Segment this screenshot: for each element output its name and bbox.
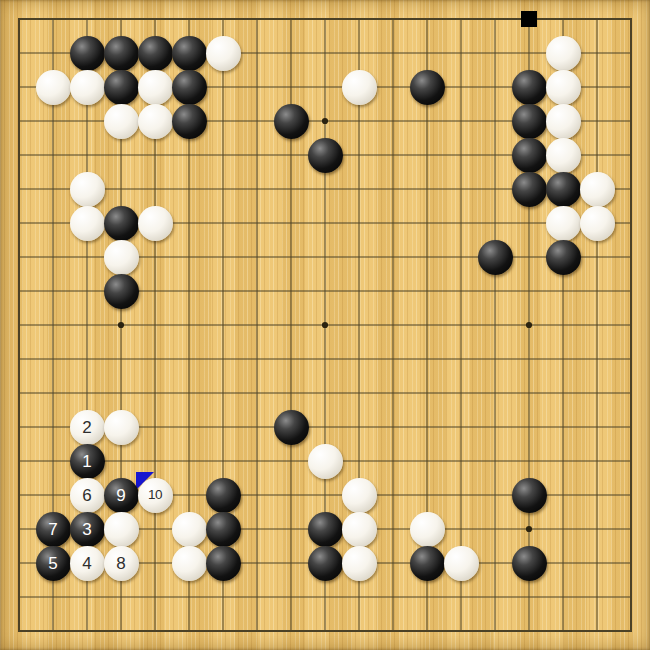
board-cell[interactable]: 7	[36, 512, 70, 546]
board-cell[interactable]	[614, 478, 648, 512]
board-cell[interactable]	[342, 138, 376, 172]
board-cell[interactable]	[274, 274, 308, 308]
board-cell[interactable]	[580, 36, 614, 70]
board-cell[interactable]	[104, 206, 138, 240]
board-cell[interactable]	[546, 478, 580, 512]
board-cell[interactable]	[36, 342, 70, 376]
board-cell[interactable]	[580, 240, 614, 274]
board-cell[interactable]	[342, 172, 376, 206]
board-cell[interactable]	[240, 274, 274, 308]
board-cell[interactable]	[546, 376, 580, 410]
board-cell[interactable]	[410, 2, 444, 36]
board-cell[interactable]	[410, 104, 444, 138]
board-cell[interactable]	[36, 410, 70, 444]
board-cell[interactable]	[206, 138, 240, 172]
board-cell[interactable]	[342, 308, 376, 342]
board-cell[interactable]	[580, 478, 614, 512]
board-cell[interactable]	[36, 172, 70, 206]
board-cell[interactable]	[206, 274, 240, 308]
board-cell[interactable]	[36, 580, 70, 614]
board-cell[interactable]	[410, 206, 444, 240]
board-cell[interactable]	[512, 580, 546, 614]
board-cell[interactable]	[138, 138, 172, 172]
board-cell[interactable]	[240, 614, 274, 648]
board-cell[interactable]	[240, 444, 274, 478]
board-cell[interactable]	[172, 580, 206, 614]
board-cell[interactable]	[376, 70, 410, 104]
board-cell[interactable]	[546, 172, 580, 206]
board-cell[interactable]	[104, 444, 138, 478]
board-cell[interactable]	[478, 104, 512, 138]
board-cell[interactable]	[342, 70, 376, 104]
board-cell[interactable]	[614, 172, 648, 206]
board-cell[interactable]	[104, 512, 138, 546]
board-cell[interactable]: 1	[70, 444, 104, 478]
board-cell[interactable]	[478, 376, 512, 410]
board-cell[interactable]	[580, 614, 614, 648]
board-cell[interactable]	[546, 580, 580, 614]
board-cell[interactable]	[478, 580, 512, 614]
board-cell[interactable]	[512, 512, 546, 546]
board-cell[interactable]	[274, 478, 308, 512]
board-cell[interactable]: 4	[70, 546, 104, 580]
board-cell[interactable]	[546, 70, 580, 104]
board-cell[interactable]	[478, 2, 512, 36]
board-cell[interactable]	[274, 104, 308, 138]
board-cell[interactable]	[444, 376, 478, 410]
board-cell[interactable]	[342, 376, 376, 410]
board-cell[interactable]	[70, 308, 104, 342]
board-cell[interactable]	[580, 70, 614, 104]
board-cell[interactable]	[444, 478, 478, 512]
board-cell[interactable]	[614, 342, 648, 376]
board-cell[interactable]	[580, 308, 614, 342]
board-cell[interactable]	[104, 70, 138, 104]
board-cell[interactable]	[546, 240, 580, 274]
board-cell[interactable]	[512, 546, 546, 580]
board-cell[interactable]	[614, 36, 648, 70]
board-cell[interactable]	[240, 172, 274, 206]
board-cell[interactable]	[580, 410, 614, 444]
board-cell[interactable]	[546, 614, 580, 648]
board-cell[interactable]	[70, 240, 104, 274]
board-cell[interactable]	[274, 2, 308, 36]
board-cell[interactable]	[308, 444, 342, 478]
board-cell[interactable]	[308, 376, 342, 410]
board-cell[interactable]	[172, 478, 206, 512]
board-cell[interactable]	[410, 376, 444, 410]
board-cell[interactable]	[376, 172, 410, 206]
board-cell[interactable]	[206, 36, 240, 70]
board-cell[interactable]	[274, 580, 308, 614]
board-cell[interactable]	[444, 104, 478, 138]
board-cell[interactable]	[138, 172, 172, 206]
board-cell[interactable]	[36, 70, 70, 104]
board-cell[interactable]	[444, 2, 478, 36]
board-cell[interactable]	[70, 172, 104, 206]
board-cell[interactable]	[342, 342, 376, 376]
board-cell[interactable]	[2, 444, 36, 478]
board-cell[interactable]	[206, 580, 240, 614]
board-cell[interactable]	[478, 546, 512, 580]
board-cell[interactable]	[240, 70, 274, 104]
board-cell[interactable]	[104, 376, 138, 410]
board-cell[interactable]	[376, 580, 410, 614]
board-cell[interactable]	[104, 2, 138, 36]
board-cell[interactable]	[580, 138, 614, 172]
board-cell[interactable]	[172, 172, 206, 206]
board-cell[interactable]	[410, 274, 444, 308]
board-cell[interactable]	[308, 172, 342, 206]
board-cell[interactable]	[580, 444, 614, 478]
board-cell[interactable]	[342, 410, 376, 444]
board-cell[interactable]	[410, 478, 444, 512]
board-cell[interactable]	[2, 342, 36, 376]
board-cell[interactable]	[240, 342, 274, 376]
board-cell[interactable]	[172, 376, 206, 410]
board-cell[interactable]	[274, 308, 308, 342]
board-cell[interactable]	[546, 104, 580, 138]
board-cell[interactable]	[580, 342, 614, 376]
board-cell[interactable]	[240, 2, 274, 36]
board-cell[interactable]	[478, 70, 512, 104]
board-cell[interactable]	[206, 376, 240, 410]
board-cell[interactable]	[614, 512, 648, 546]
board-cell[interactable]	[70, 614, 104, 648]
board-cell[interactable]: 3	[70, 512, 104, 546]
board-cell[interactable]	[274, 36, 308, 70]
board-cell[interactable]	[2, 2, 36, 36]
board-cell[interactable]	[376, 308, 410, 342]
board-cell[interactable]	[206, 614, 240, 648]
board-cell[interactable]	[172, 36, 206, 70]
board-cell[interactable]	[546, 546, 580, 580]
board-cell[interactable]	[478, 512, 512, 546]
board-cell[interactable]	[206, 478, 240, 512]
board-cell[interactable]	[36, 376, 70, 410]
board-cell[interactable]	[36, 240, 70, 274]
board-cell[interactable]	[376, 444, 410, 478]
board-cell[interactable]	[512, 138, 546, 172]
board-cell[interactable]	[478, 206, 512, 240]
board-cell[interactable]	[614, 274, 648, 308]
board-cell[interactable]	[138, 614, 172, 648]
board-cell[interactable]	[172, 546, 206, 580]
board-cell[interactable]	[410, 614, 444, 648]
board-cell[interactable]	[240, 478, 274, 512]
board-cell[interactable]	[614, 70, 648, 104]
board-cell[interactable]	[104, 274, 138, 308]
board-cell[interactable]	[342, 274, 376, 308]
board-cell[interactable]	[2, 206, 36, 240]
board-cell[interactable]: 6	[70, 478, 104, 512]
board-cell[interactable]	[444, 512, 478, 546]
board-cell[interactable]	[342, 512, 376, 546]
board-cell[interactable]	[342, 104, 376, 138]
board-cell[interactable]	[104, 104, 138, 138]
board-cell[interactable]	[512, 308, 546, 342]
board-cell[interactable]	[206, 410, 240, 444]
board-cell[interactable]	[36, 104, 70, 138]
board-cell[interactable]	[410, 410, 444, 444]
board-cell[interactable]	[308, 512, 342, 546]
board-cell[interactable]	[512, 478, 546, 512]
board-cell[interactable]	[342, 580, 376, 614]
board-cell[interactable]	[2, 70, 36, 104]
board-cell[interactable]	[546, 512, 580, 546]
board-cell[interactable]	[70, 138, 104, 172]
board-cell[interactable]	[36, 614, 70, 648]
board-cell[interactable]	[512, 614, 546, 648]
board-cell[interactable]	[444, 172, 478, 206]
board-cell[interactable]	[240, 206, 274, 240]
board-cell[interactable]	[308, 36, 342, 70]
board-cell[interactable]	[240, 240, 274, 274]
board-cell[interactable]	[2, 614, 36, 648]
board-cell[interactable]	[546, 410, 580, 444]
board-cell[interactable]	[376, 2, 410, 36]
board-cell[interactable]	[308, 580, 342, 614]
board-cell[interactable]	[36, 274, 70, 308]
board-cell[interactable]	[206, 240, 240, 274]
board-cell[interactable]	[410, 70, 444, 104]
board-cell[interactable]	[240, 104, 274, 138]
board-cell[interactable]	[308, 138, 342, 172]
board-cell[interactable]	[172, 70, 206, 104]
board-cell[interactable]	[308, 478, 342, 512]
board-cell[interactable]	[172, 342, 206, 376]
board-cell[interactable]	[36, 444, 70, 478]
board-cell[interactable]	[512, 104, 546, 138]
board-cell[interactable]: 5	[36, 546, 70, 580]
board-cell[interactable]	[138, 36, 172, 70]
board-cell[interactable]	[70, 36, 104, 70]
board-cell[interactable]	[104, 138, 138, 172]
board-cell[interactable]	[206, 512, 240, 546]
board-cell[interactable]	[376, 342, 410, 376]
board-cell[interactable]	[138, 206, 172, 240]
board-cell[interactable]	[308, 274, 342, 308]
board-cell[interactable]	[580, 274, 614, 308]
board-cell[interactable]	[172, 274, 206, 308]
board-cell[interactable]	[614, 410, 648, 444]
board-cell[interactable]	[70, 342, 104, 376]
board-cell[interactable]	[172, 308, 206, 342]
board-cell[interactable]	[342, 240, 376, 274]
board-cell[interactable]	[376, 614, 410, 648]
board-cell[interactable]	[70, 104, 104, 138]
board-cell[interactable]	[36, 478, 70, 512]
board-cell[interactable]	[2, 138, 36, 172]
board-cell[interactable]	[70, 274, 104, 308]
board-cell[interactable]	[274, 70, 308, 104]
board-cell[interactable]	[274, 138, 308, 172]
board-cell[interactable]	[546, 2, 580, 36]
board-cell[interactable]	[138, 580, 172, 614]
board-cell[interactable]	[138, 512, 172, 546]
board-cell[interactable]	[274, 614, 308, 648]
board-cell[interactable]	[478, 410, 512, 444]
board-cell[interactable]	[240, 410, 274, 444]
board-cell[interactable]	[138, 376, 172, 410]
board-cell[interactable]	[342, 206, 376, 240]
board-cell[interactable]	[206, 444, 240, 478]
board-cell[interactable]	[614, 138, 648, 172]
board-cell[interactable]: 9	[104, 478, 138, 512]
board-cell[interactable]	[376, 376, 410, 410]
board-cell[interactable]	[138, 444, 172, 478]
board-cell[interactable]	[342, 546, 376, 580]
board-cell[interactable]	[172, 444, 206, 478]
board-cell[interactable]	[2, 478, 36, 512]
board-cell[interactable]	[104, 614, 138, 648]
board-cell[interactable]: 2	[70, 410, 104, 444]
board-cell[interactable]	[274, 512, 308, 546]
board-cell[interactable]	[376, 104, 410, 138]
board-cell[interactable]	[342, 36, 376, 70]
board-cell[interactable]	[444, 240, 478, 274]
board-cell[interactable]	[580, 172, 614, 206]
board-cell[interactable]	[444, 308, 478, 342]
board-cell[interactable]	[2, 172, 36, 206]
board-cell[interactable]	[308, 410, 342, 444]
board-cell[interactable]	[478, 614, 512, 648]
board-cell[interactable]	[512, 240, 546, 274]
board-cell[interactable]	[444, 70, 478, 104]
board-cell[interactable]	[478, 308, 512, 342]
board-cell[interactable]	[172, 512, 206, 546]
board-cell[interactable]	[274, 342, 308, 376]
board-cell[interactable]	[172, 240, 206, 274]
board-cell[interactable]	[2, 546, 36, 580]
board-cell[interactable]	[342, 478, 376, 512]
board-cell[interactable]	[546, 274, 580, 308]
board-cell[interactable]	[614, 546, 648, 580]
board-cell[interactable]	[274, 376, 308, 410]
board-cell[interactable]	[240, 512, 274, 546]
board-cell[interactable]	[444, 444, 478, 478]
board-cell[interactable]	[478, 172, 512, 206]
board-cell[interactable]	[512, 70, 546, 104]
board-cell[interactable]	[512, 342, 546, 376]
board-cell[interactable]	[478, 138, 512, 172]
board-cell[interactable]	[138, 70, 172, 104]
board-cell[interactable]	[172, 614, 206, 648]
board-cell[interactable]	[478, 240, 512, 274]
board-cell[interactable]	[104, 580, 138, 614]
board-cell[interactable]	[172, 206, 206, 240]
board-cell[interactable]	[172, 104, 206, 138]
board-cell[interactable]	[614, 444, 648, 478]
board-cell[interactable]	[614, 376, 648, 410]
board-cell[interactable]	[138, 546, 172, 580]
board-cell[interactable]	[580, 206, 614, 240]
board-cell[interactable]	[2, 410, 36, 444]
board-cell[interactable]	[308, 70, 342, 104]
board-cell[interactable]	[308, 2, 342, 36]
board-cell[interactable]	[546, 138, 580, 172]
board-cell[interactable]	[274, 206, 308, 240]
board-cell[interactable]	[2, 376, 36, 410]
board-cell[interactable]	[512, 274, 546, 308]
board-cell[interactable]	[2, 512, 36, 546]
board-cell[interactable]	[70, 376, 104, 410]
board-cell[interactable]	[376, 410, 410, 444]
board-cell[interactable]	[376, 240, 410, 274]
board-cell[interactable]	[444, 206, 478, 240]
board-cell[interactable]	[274, 546, 308, 580]
board-cell[interactable]	[614, 308, 648, 342]
board-cell[interactable]	[274, 444, 308, 478]
board-cell[interactable]	[274, 240, 308, 274]
board-cell[interactable]	[308, 206, 342, 240]
board-cell[interactable]	[308, 308, 342, 342]
board-cell[interactable]	[376, 478, 410, 512]
board-cell[interactable]	[36, 138, 70, 172]
board-cell[interactable]	[614, 2, 648, 36]
board-cell[interactable]	[512, 444, 546, 478]
board-cell[interactable]	[410, 580, 444, 614]
board-cell[interactable]	[444, 410, 478, 444]
board-cell[interactable]	[342, 614, 376, 648]
board-cell[interactable]	[342, 2, 376, 36]
board-cell[interactable]	[410, 36, 444, 70]
board-cell[interactable]	[2, 240, 36, 274]
board-cell[interactable]	[2, 580, 36, 614]
board-cell[interactable]	[376, 138, 410, 172]
board-cell[interactable]	[2, 274, 36, 308]
board-cell[interactable]	[172, 410, 206, 444]
board-cell[interactable]	[376, 206, 410, 240]
board-cell[interactable]	[614, 580, 648, 614]
board-cell[interactable]	[444, 138, 478, 172]
board-cell[interactable]	[36, 308, 70, 342]
board-cell[interactable]	[614, 240, 648, 274]
board-cell[interactable]	[70, 580, 104, 614]
board-cell[interactable]	[376, 274, 410, 308]
board-cell[interactable]	[206, 2, 240, 36]
board-cell[interactable]	[308, 546, 342, 580]
board-cell[interactable]	[206, 70, 240, 104]
board-cell[interactable]	[70, 70, 104, 104]
board-cell[interactable]	[138, 308, 172, 342]
board-cell[interactable]	[512, 172, 546, 206]
board-cell[interactable]	[308, 104, 342, 138]
board-cell[interactable]	[104, 410, 138, 444]
board-cell[interactable]	[410, 342, 444, 376]
board-cell[interactable]	[240, 376, 274, 410]
board-cell[interactable]	[444, 36, 478, 70]
board-cell[interactable]	[580, 546, 614, 580]
board-cell[interactable]	[240, 36, 274, 70]
board-cell[interactable]	[172, 2, 206, 36]
board-cell[interactable]	[478, 36, 512, 70]
board-cell[interactable]	[614, 104, 648, 138]
board-cell[interactable]: 8	[104, 546, 138, 580]
board-cell[interactable]	[274, 410, 308, 444]
board-cell[interactable]	[512, 410, 546, 444]
board-cell[interactable]	[206, 342, 240, 376]
board-cell[interactable]	[580, 580, 614, 614]
board-cell[interactable]	[206, 308, 240, 342]
board-cell[interactable]	[240, 308, 274, 342]
board-cell[interactable]	[138, 274, 172, 308]
board-cell[interactable]	[138, 2, 172, 36]
board-cell[interactable]	[444, 580, 478, 614]
board-cell[interactable]	[36, 36, 70, 70]
board-cell[interactable]	[308, 342, 342, 376]
board-cell[interactable]	[104, 172, 138, 206]
